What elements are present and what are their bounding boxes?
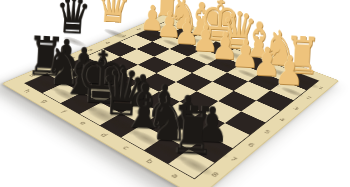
coord-label-file-bottom-h: h <box>20 88 33 95</box>
coord-label-file-bottom-c: c <box>118 144 133 153</box>
board-roll-wrapper: hhggffeeddccbbaa1122334455667788♜♞♝♛♚♝♞♜… <box>0 0 350 187</box>
coord-label-file-bottom-b: b <box>141 157 156 166</box>
coord-label-rank-right-4: 4 <box>275 116 289 123</box>
camel-pawn-glyph: ♟ <box>274 49 305 91</box>
coord-label-rank-right-1: 1 <box>315 85 327 91</box>
coord-label-rank-right-3: 3 <box>289 105 302 112</box>
coord-label-rank-right-2: 2 <box>302 95 315 102</box>
coord-label-rank-right-7: 7 <box>226 155 241 164</box>
coord-label-rank-right-6: 6 <box>243 141 258 150</box>
coord-label-file-bottom-a: a <box>166 171 182 181</box>
coord-label-file-bottom-f: f <box>56 109 69 116</box>
chess-board: hhggffeeddccbbaa1122334455667788♜♞♝♛♚♝♞♜… <box>1 15 339 187</box>
coord-label-file-bottom-e: e <box>75 120 89 128</box>
coord-label-rank-right-5: 5 <box>260 128 274 136</box>
coord-label-file-bottom-d: d <box>96 131 110 139</box>
chess-set-product-photo: hhggffeeddccbbaa1122334455667788♜♞♝♛♚♝♞♜… <box>0 0 350 187</box>
camel-queen-glyph: ♛ <box>95 0 132 33</box>
black-rook-glyph: ♜ <box>168 97 218 165</box>
coord-label-file-bottom-g: g <box>38 98 51 105</box>
